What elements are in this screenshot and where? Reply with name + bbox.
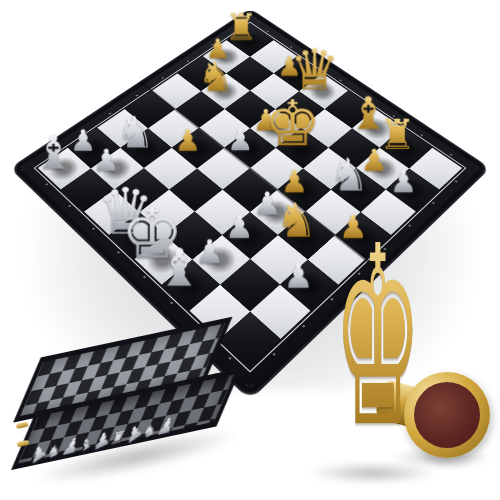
- square-b6[interactable]: ♞: [201, 73, 250, 109]
- display-pieces-group: ♚: [300, 280, 495, 495]
- silver-pawn-d5[interactable]: ♟: [227, 125, 254, 155]
- silver-bishop-a1[interactable]: ♝: [32, 129, 74, 175]
- hinge-pin-icon: [16, 422, 29, 429]
- gold-knight-b6[interactable]: ♞: [198, 56, 235, 97]
- silver-knight-b3[interactable]: ♞: [116, 111, 155, 154]
- gold-pawn-c4[interactable]: ♟: [175, 125, 202, 155]
- lying-piece-felt-base[interactable]: [404, 372, 490, 458]
- silver-bishop-f1[interactable]: ♝: [156, 242, 202, 294]
- silver-pawn-f3[interactable]: ♟: [225, 211, 254, 243]
- gold-king-e6[interactable]: ♚: [264, 92, 321, 155]
- stored-silver-pawn[interactable]: ♟: [29, 439, 49, 466]
- product-photo-scene: ♜♟♛♝♜♟♟♟♞♟♚♞♟♟♟♟♟♞♞♟♟♟♟♟♝♛♚♝ ♟♞♟♝♟♜♟♞♟ ♚: [0, 0, 500, 500]
- silver-knight-g6[interactable]: ♞: [329, 152, 370, 197]
- gold-knight-g4[interactable]: ♞: [275, 196, 317, 243]
- felt-pad: [414, 382, 480, 448]
- gold-rook-a8[interactable]: ♜: [225, 9, 258, 46]
- silver-pawn-b2[interactable]: ♟: [93, 145, 120, 175]
